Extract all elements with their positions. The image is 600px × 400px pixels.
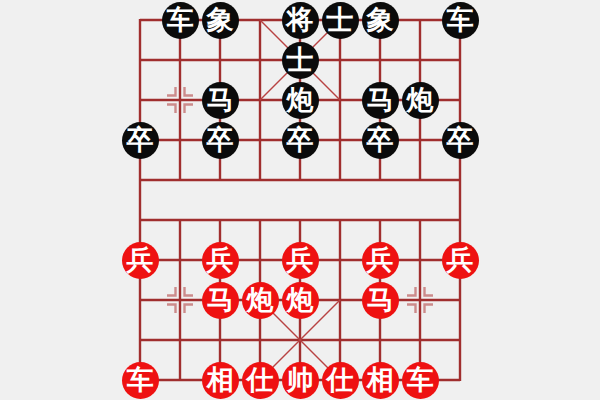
piece-red-soldier[interactable]: 兵 — [362, 242, 399, 279]
piece-red-chariot[interactable]: 车 — [402, 362, 439, 399]
piece-black-cannon[interactable]: 炮 — [282, 82, 319, 119]
piece-red-soldier[interactable]: 兵 — [282, 242, 319, 279]
piece-red-cannon[interactable]: 炮 — [242, 282, 279, 319]
piece-red-elephant[interactable]: 相 — [362, 362, 399, 399]
piece-black-soldier[interactable]: 卒 — [282, 122, 319, 159]
piece-red-horse[interactable]: 马 — [362, 282, 399, 319]
piece-black-general[interactable]: 将 — [282, 2, 319, 39]
piece-red-general[interactable]: 帅 — [282, 362, 319, 399]
piece-red-chariot[interactable]: 车 — [122, 362, 159, 399]
piece-red-elephant[interactable]: 相 — [202, 362, 239, 399]
piece-black-soldier[interactable]: 卒 — [122, 122, 159, 159]
piece-black-soldier[interactable]: 卒 — [202, 122, 239, 159]
piece-red-horse[interactable]: 马 — [202, 282, 239, 319]
piece-black-chariot[interactable]: 车 — [442, 2, 479, 39]
piece-red-soldier[interactable]: 兵 — [202, 242, 239, 279]
piece-layer: 车象将士象车士马炮马炮卒卒卒卒卒兵兵兵兵兵马炮炮马车相仕帅仕相车 — [0, 0, 600, 400]
piece-black-horse[interactable]: 马 — [362, 82, 399, 119]
piece-red-soldier[interactable]: 兵 — [442, 242, 479, 279]
piece-red-advisor[interactable]: 仕 — [322, 362, 359, 399]
piece-red-advisor[interactable]: 仕 — [242, 362, 279, 399]
xiangqi-board: 车象将士象车士马炮马炮卒卒卒卒卒兵兵兵兵兵马炮炮马车相仕帅仕相车 — [0, 0, 600, 400]
piece-black-chariot[interactable]: 车 — [162, 2, 199, 39]
piece-black-soldier[interactable]: 卒 — [442, 122, 479, 159]
piece-black-soldier[interactable]: 卒 — [362, 122, 399, 159]
piece-red-soldier[interactable]: 兵 — [122, 242, 159, 279]
piece-red-cannon[interactable]: 炮 — [282, 282, 319, 319]
piece-black-elephant[interactable]: 象 — [202, 2, 239, 39]
piece-black-cannon[interactable]: 炮 — [402, 82, 439, 119]
piece-black-advisor[interactable]: 士 — [282, 42, 319, 79]
piece-black-horse[interactable]: 马 — [202, 82, 239, 119]
piece-black-advisor[interactable]: 士 — [322, 2, 359, 39]
piece-black-elephant[interactable]: 象 — [362, 2, 399, 39]
